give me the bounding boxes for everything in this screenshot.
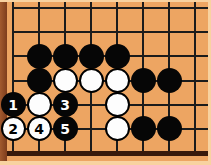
- intersection-a7[interactable]: [0, 0, 26, 20]
- board-frame-right-highlight: [208, 0, 211, 165]
- intersection-e2[interactable]: [104, 117, 130, 141]
- go-board-diagram: 13245: [0, 0, 211, 165]
- intersection-f7[interactable]: [130, 0, 156, 20]
- intersection-b7[interactable]: [26, 0, 52, 20]
- intersection-b1[interactable]: [26, 141, 52, 165]
- stone-white: [105, 68, 130, 93]
- stone-white-move-2: 2: [1, 116, 26, 141]
- stone-black: [105, 44, 130, 69]
- intersection-e7[interactable]: [104, 0, 130, 20]
- intersection-g4[interactable]: [156, 68, 182, 92]
- intersection-h7[interactable]: [182, 0, 208, 20]
- stone-white: [105, 92, 130, 117]
- intersection-d5[interactable]: [78, 44, 104, 68]
- intersection-g7[interactable]: [156, 0, 182, 20]
- intersection-a6[interactable]: [0, 20, 26, 44]
- intersection-e5[interactable]: [104, 44, 130, 68]
- intersection-h5[interactable]: [182, 44, 208, 68]
- intersection-c1[interactable]: [52, 141, 78, 165]
- stone-black: [79, 44, 104, 69]
- intersection-c7[interactable]: [52, 0, 78, 20]
- stone-black: [27, 44, 52, 69]
- stone-white: [79, 68, 104, 93]
- intersection-h4[interactable]: [182, 68, 208, 92]
- stone-black: [157, 68, 182, 93]
- intersection-h6[interactable]: [182, 20, 208, 44]
- intersection-d4[interactable]: [78, 68, 104, 92]
- intersection-f6[interactable]: [130, 20, 156, 44]
- intersection-b6[interactable]: [26, 20, 52, 44]
- intersection-h3[interactable]: [182, 93, 208, 117]
- intersection-d2[interactable]: [78, 117, 104, 141]
- move-number-label: 3: [60, 98, 70, 112]
- intersection-b3[interactable]: [26, 93, 52, 117]
- intersection-d3[interactable]: [78, 93, 104, 117]
- intersection-e3[interactable]: [104, 93, 130, 117]
- intersection-b4[interactable]: [26, 68, 52, 92]
- stone-white: [105, 116, 130, 141]
- intersection-e4[interactable]: [104, 68, 130, 92]
- stone-black-move-1: 1: [1, 92, 26, 117]
- intersection-h2[interactable]: [182, 117, 208, 141]
- stone-white-move-4: 4: [27, 116, 52, 141]
- intersection-f2[interactable]: [130, 117, 156, 141]
- stone-white: [27, 92, 52, 117]
- intersection-d6[interactable]: [78, 20, 104, 44]
- intersection-f3[interactable]: [130, 93, 156, 117]
- intersection-f1[interactable]: [130, 141, 156, 165]
- stone-black-move-5: 5: [53, 116, 78, 141]
- intersection-g1[interactable]: [156, 141, 182, 165]
- intersection-a5[interactable]: [0, 44, 26, 68]
- intersection-a1[interactable]: [0, 141, 26, 165]
- move-number-label: 4: [34, 122, 44, 136]
- intersection-g6[interactable]: [156, 20, 182, 44]
- intersection-f4[interactable]: [130, 68, 156, 92]
- stone-black: [157, 116, 182, 141]
- intersection-e6[interactable]: [104, 20, 130, 44]
- move-number-label: 1: [8, 98, 18, 112]
- intersection-c6[interactable]: [52, 20, 78, 44]
- stone-black: [53, 44, 78, 69]
- move-number-label: 5: [60, 122, 70, 136]
- intersection-f5[interactable]: [130, 44, 156, 68]
- intersection-d1[interactable]: [78, 141, 104, 165]
- intersection-c4[interactable]: [52, 68, 78, 92]
- intersection-c3[interactable]: 3: [52, 93, 78, 117]
- move-number-label: 2: [8, 122, 18, 136]
- intersection-c2[interactable]: 5: [52, 117, 78, 141]
- intersection-a4[interactable]: [0, 68, 26, 92]
- intersection-b5[interactable]: [26, 44, 52, 68]
- stone-black: [131, 116, 156, 141]
- stone-white: [53, 68, 78, 93]
- intersection-g3[interactable]: [156, 93, 182, 117]
- stone-black: [27, 68, 52, 93]
- stone-black-move-3: 3: [53, 92, 78, 117]
- intersection-d7[interactable]: [78, 0, 104, 20]
- intersection-g5[interactable]: [156, 44, 182, 68]
- intersection-g2[interactable]: [156, 117, 182, 141]
- stone-black: [131, 68, 156, 93]
- intersection-c5[interactable]: [52, 44, 78, 68]
- intersection-b2[interactable]: 4: [26, 117, 52, 141]
- intersection-e1[interactable]: [104, 141, 130, 165]
- board-grid: 13245: [0, 0, 208, 165]
- intersection-a3[interactable]: 1: [0, 93, 26, 117]
- intersection-a2[interactable]: 2: [0, 117, 26, 141]
- intersection-h1[interactable]: [182, 141, 208, 165]
